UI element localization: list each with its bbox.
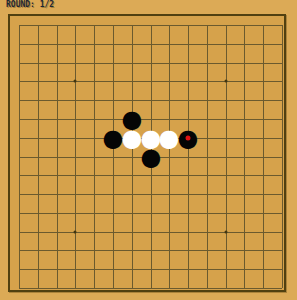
grid-line-horizontal bbox=[19, 232, 282, 233]
grid-line-horizontal bbox=[19, 175, 282, 176]
grid-line-horizontal bbox=[19, 269, 282, 270]
last-move-marker bbox=[186, 136, 191, 141]
grid-line-vertical bbox=[207, 25, 208, 288]
grid-line-vertical bbox=[188, 25, 189, 288]
star-point bbox=[74, 231, 77, 234]
board-grid: ●●●●●●● bbox=[19, 25, 282, 288]
star-point bbox=[74, 80, 77, 83]
grid-line-horizontal bbox=[19, 194, 282, 195]
grid-line-horizontal bbox=[19, 250, 282, 251]
star-point bbox=[225, 80, 228, 83]
gomoku-board[interactable]: ●●●●●●● bbox=[8, 14, 286, 292]
white-stone: ● bbox=[157, 126, 181, 150]
grid-line-horizontal bbox=[19, 213, 282, 214]
grid-line-vertical bbox=[282, 25, 283, 288]
round-indicator: ROUND: 1/2 bbox=[6, 1, 54, 9]
grid-line-vertical bbox=[263, 25, 264, 288]
grid-line-horizontal bbox=[19, 288, 282, 289]
grid-line-vertical bbox=[244, 25, 245, 288]
grid-line-vertical bbox=[169, 25, 170, 288]
grid-line-vertical bbox=[226, 25, 227, 288]
star-point bbox=[225, 231, 228, 234]
